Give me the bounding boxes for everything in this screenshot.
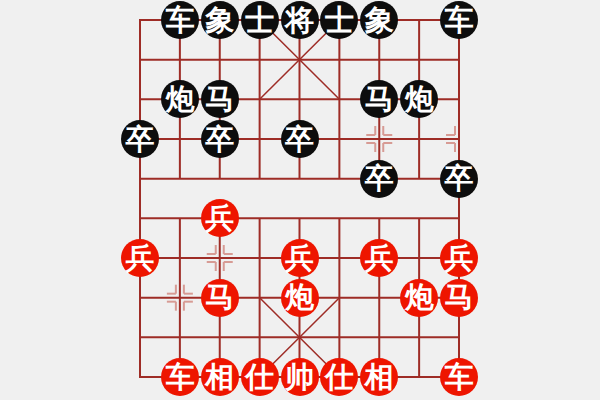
piece-red-elephant[interactable]: 相 — [360, 358, 398, 396]
piece-black-horse[interactable]: 马 — [201, 80, 239, 118]
piece-black-elephant[interactable]: 象 — [360, 1, 398, 39]
piece-red-soldier[interactable]: 兵 — [360, 239, 398, 277]
piece-black-advisor[interactable]: 士 — [320, 1, 358, 39]
piece-black-cannon[interactable]: 炮 — [400, 80, 438, 118]
xiangqi-board: 车象士将士象车炮马马炮卒卒卒卒卒兵兵兵兵兵马炮炮马车相仕帅仕相车 — [0, 0, 600, 400]
piece-red-chariot[interactable]: 车 — [440, 358, 478, 396]
piece-red-cannon[interactable]: 炮 — [281, 279, 319, 317]
piece-black-general[interactable]: 将 — [281, 1, 319, 39]
piece-black-soldier[interactable]: 卒 — [281, 120, 319, 158]
piece-black-cannon[interactable]: 炮 — [161, 80, 199, 118]
piece-red-chariot[interactable]: 车 — [161, 358, 199, 396]
piece-black-chariot[interactable]: 车 — [440, 1, 478, 39]
piece-black-soldier[interactable]: 卒 — [360, 160, 398, 198]
piece-red-soldier[interactable]: 兵 — [201, 199, 239, 237]
board-grid-lines — [0, 0, 600, 400]
piece-red-soldier[interactable]: 兵 — [440, 239, 478, 277]
piece-red-soldier[interactable]: 兵 — [121, 239, 159, 277]
piece-red-advisor[interactable]: 仕 — [241, 358, 279, 396]
piece-red-general[interactable]: 帅 — [281, 358, 319, 396]
piece-black-elephant[interactable]: 象 — [201, 1, 239, 39]
piece-black-soldier[interactable]: 卒 — [440, 160, 478, 198]
piece-red-horse[interactable]: 马 — [440, 279, 478, 317]
piece-black-horse[interactable]: 马 — [360, 80, 398, 118]
piece-black-chariot[interactable]: 车 — [161, 1, 199, 39]
piece-red-horse[interactable]: 马 — [201, 279, 239, 317]
piece-red-cannon[interactable]: 炮 — [400, 279, 438, 317]
piece-black-soldier[interactable]: 卒 — [201, 120, 239, 158]
piece-red-elephant[interactable]: 相 — [201, 358, 239, 396]
piece-red-advisor[interactable]: 仕 — [320, 358, 358, 396]
piece-black-soldier[interactable]: 卒 — [121, 120, 159, 158]
piece-red-soldier[interactable]: 兵 — [281, 239, 319, 277]
piece-black-advisor[interactable]: 士 — [241, 1, 279, 39]
